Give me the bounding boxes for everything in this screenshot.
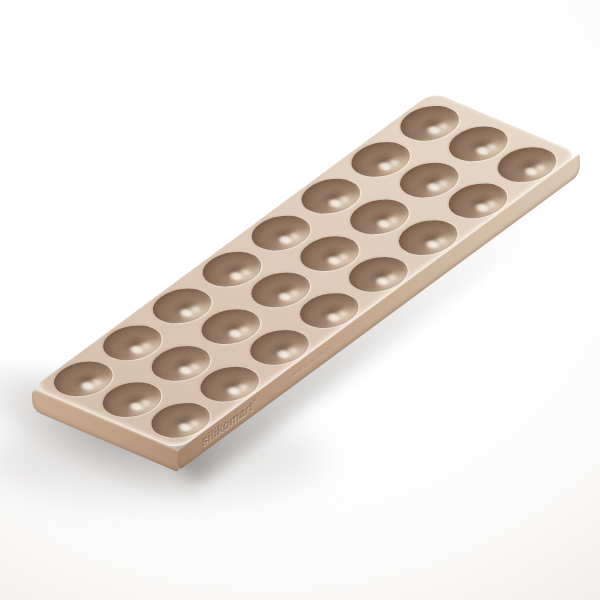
product-photo-stage: silikomart® MADE IN ITALY xyxy=(0,0,600,600)
registered-mark: ® xyxy=(253,396,257,405)
